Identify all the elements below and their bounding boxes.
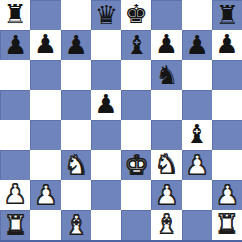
black-pawn-icon: ♟ (215, 31, 238, 57)
square-a7[interactable]: ♟ (0, 30, 30, 60)
black-pawn-icon: ♟ (155, 31, 178, 57)
square-h6[interactable] (212, 60, 242, 90)
square-a3[interactable] (0, 150, 30, 180)
square-g8[interactable] (182, 0, 212, 30)
white-bishop-icon: ♝ (64, 212, 87, 238)
square-a6[interactable] (0, 60, 30, 90)
square-e6[interactable] (121, 60, 151, 90)
chess-board: ♜♛♚♜♟♟♟♝♟♟♟♞♟♝♞♚♞♟♟♟♟♟♜♝♝♜ (0, 0, 242, 242)
square-h5[interactable] (212, 90, 242, 120)
black-pawn-icon: ♟ (64, 32, 87, 58)
white-bishop-icon: ♝ (155, 211, 178, 237)
square-e3[interactable]: ♚ (121, 150, 151, 180)
black-knight-icon: ♞ (155, 62, 178, 88)
square-d2[interactable] (91, 180, 121, 210)
square-g2[interactable] (182, 180, 212, 210)
square-a8[interactable]: ♜ (0, 0, 30, 30)
square-c7[interactable]: ♟ (61, 30, 91, 60)
square-f5[interactable] (151, 90, 181, 120)
square-h4[interactable] (212, 120, 242, 150)
white-pawn-icon: ♟ (3, 181, 26, 207)
white-pawn-icon: ♟ (216, 182, 239, 208)
square-a2[interactable]: ♟ (0, 180, 30, 210)
square-d5[interactable]: ♟ (91, 90, 121, 120)
square-e2[interactable] (121, 180, 151, 210)
black-king-icon: ♚ (124, 1, 147, 27)
white-pawn-icon: ♟ (34, 182, 57, 208)
square-e4[interactable] (121, 120, 151, 150)
white-pawn-icon: ♟ (185, 152, 208, 178)
chess-board-container: ♜♛♚♜♟♟♟♝♟♟♟♞♟♝♞♚♞♟♟♟♟♟♜♝♝♜ (0, 0, 242, 242)
square-g7[interactable]: ♟ (182, 30, 212, 60)
square-h1[interactable]: ♜ (212, 210, 242, 240)
square-f2[interactable]: ♟ (151, 180, 181, 210)
square-f1[interactable]: ♝ (151, 210, 181, 240)
black-bishop-icon: ♝ (125, 32, 148, 58)
square-b6[interactable] (30, 60, 60, 90)
square-d1[interactable] (91, 210, 121, 240)
black-queen-icon: ♛ (95, 2, 118, 28)
square-d8[interactable]: ♛ (91, 0, 121, 30)
square-g3[interactable]: ♟ (182, 150, 212, 180)
square-e8[interactable]: ♚ (121, 0, 151, 30)
square-c1[interactable]: ♝ (61, 210, 91, 240)
square-c4[interactable] (61, 120, 91, 150)
square-f8[interactable] (151, 0, 181, 30)
square-d4[interactable] (91, 120, 121, 150)
square-f6[interactable]: ♞ (151, 60, 181, 90)
black-pawn-icon: ♟ (185, 32, 208, 58)
black-rook-icon: ♜ (216, 2, 239, 28)
square-b7[interactable]: ♟ (30, 30, 60, 60)
square-d3[interactable] (91, 150, 121, 180)
square-c8[interactable] (61, 0, 91, 30)
square-a5[interactable] (0, 90, 30, 120)
square-h8[interactable]: ♜ (212, 0, 242, 30)
square-f4[interactable] (151, 120, 181, 150)
square-g4[interactable]: ♝ (182, 120, 212, 150)
square-b2[interactable]: ♟ (30, 180, 60, 210)
square-d6[interactable] (91, 60, 121, 90)
square-g6[interactable] (182, 60, 212, 90)
square-f7[interactable]: ♟ (151, 30, 181, 60)
square-a1[interactable]: ♜ (0, 210, 30, 240)
black-rook-icon: ♜ (3, 1, 26, 27)
square-e7[interactable]: ♝ (121, 30, 151, 60)
square-d7[interactable] (91, 30, 121, 60)
square-b3[interactable] (30, 150, 60, 180)
black-pawn-icon: ♟ (34, 31, 57, 57)
square-b1[interactable] (30, 210, 60, 240)
white-knight-icon: ♞ (64, 152, 87, 178)
square-b8[interactable] (30, 0, 60, 30)
white-rook-icon: ♜ (215, 211, 238, 237)
square-b4[interactable] (30, 120, 60, 150)
square-e5[interactable] (121, 90, 151, 120)
square-f3[interactable]: ♞ (151, 150, 181, 180)
white-knight-icon: ♞ (155, 151, 178, 177)
black-pawn-icon: ♟ (4, 32, 27, 58)
square-g5[interactable] (182, 90, 212, 120)
black-pawn-icon: ♟ (94, 91, 117, 117)
square-a4[interactable] (0, 120, 30, 150)
square-c3[interactable]: ♞ (61, 150, 91, 180)
white-rook-icon: ♜ (4, 212, 27, 238)
square-h7[interactable]: ♟ (212, 30, 242, 60)
square-h3[interactable] (212, 150, 242, 180)
square-h2[interactable]: ♟ (212, 180, 242, 210)
square-b5[interactable] (30, 90, 60, 120)
white-king-icon: ♚ (125, 152, 148, 178)
square-c5[interactable] (61, 90, 91, 120)
square-g1[interactable] (182, 210, 212, 240)
black-bishop-icon: ♝ (185, 121, 208, 147)
square-c2[interactable] (61, 180, 91, 210)
square-c6[interactable] (61, 60, 91, 90)
square-e1[interactable] (121, 210, 151, 240)
white-pawn-icon: ♟ (155, 182, 178, 208)
